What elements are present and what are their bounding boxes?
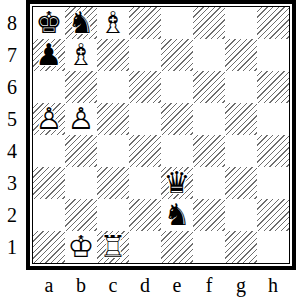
white-pawn-icon: ♙: [65, 103, 97, 135]
square-e1[interactable]: [161, 231, 193, 263]
square-a6[interactable]: [33, 71, 65, 103]
file-label-d: d: [129, 271, 161, 299]
square-f2[interactable]: [193, 199, 225, 231]
square-h4[interactable]: [257, 135, 289, 167]
white-rook-icon: ♖: [97, 231, 129, 263]
square-c7[interactable]: [97, 39, 129, 71]
square-b6[interactable]: [65, 71, 97, 103]
square-f1[interactable]: [193, 231, 225, 263]
file-label-c: c: [97, 271, 129, 299]
rank-label-1: 1: [0, 231, 24, 263]
square-c1[interactable]: ♜♖: [97, 231, 129, 263]
square-h3[interactable]: [257, 167, 289, 199]
file-label-a: a: [33, 271, 65, 299]
square-d3[interactable]: [129, 167, 161, 199]
piece-black-knight: ♞♞: [65, 7, 97, 39]
piece-white-bishop: ♝♗: [97, 7, 129, 39]
piece-white-king: ♚♔: [65, 231, 97, 263]
square-d4[interactable]: [129, 135, 161, 167]
rank-label-6: 6: [0, 71, 24, 103]
square-b7[interactable]: ♝♗: [65, 39, 97, 71]
square-b5[interactable]: ♟♙: [65, 103, 97, 135]
square-a7[interactable]: ♟♟: [33, 39, 65, 71]
square-b8[interactable]: ♞♞: [65, 7, 97, 39]
square-a3[interactable]: [33, 167, 65, 199]
rank-label-3: 3: [0, 167, 24, 199]
file-label-h: h: [257, 271, 289, 299]
file-label-e: e: [161, 271, 193, 299]
square-c8[interactable]: ♝♗: [97, 7, 129, 39]
square-a4[interactable]: [33, 135, 65, 167]
piece-white-pawn: ♟♙: [65, 103, 97, 135]
square-h5[interactable]: [257, 103, 289, 135]
square-f5[interactable]: [193, 103, 225, 135]
board-grid: ♚♚♞♞♝♗♟♟♝♗♟♙♟♙♛♛♞♞♚♔♜♖: [32, 6, 290, 264]
piece-black-king: ♚♚: [33, 7, 65, 39]
square-g8[interactable]: [225, 7, 257, 39]
rank-labels: 87654321: [0, 7, 24, 263]
square-g7[interactable]: [225, 39, 257, 71]
square-f6[interactable]: [193, 71, 225, 103]
file-label-f: f: [193, 271, 225, 299]
white-bishop-icon: ♗: [97, 7, 129, 39]
square-e3[interactable]: ♛♛: [161, 167, 193, 199]
black-king-icon: ♚: [33, 7, 65, 39]
black-knight-icon: ♞: [65, 7, 97, 39]
square-g3[interactable]: [225, 167, 257, 199]
square-b4[interactable]: [65, 135, 97, 167]
piece-white-bishop: ♝♗: [65, 39, 97, 71]
piece-black-pawn: ♟♟: [33, 39, 65, 71]
square-h6[interactable]: [257, 71, 289, 103]
square-e6[interactable]: [161, 71, 193, 103]
file-labels: abcdefgh: [33, 271, 289, 299]
square-d8[interactable]: [129, 7, 161, 39]
square-b2[interactable]: [65, 199, 97, 231]
square-c4[interactable]: [97, 135, 129, 167]
rank-label-8: 8: [0, 7, 24, 39]
square-b3[interactable]: [65, 167, 97, 199]
white-bishop-icon: ♗: [65, 39, 97, 71]
square-a2[interactable]: [33, 199, 65, 231]
square-g6[interactable]: [225, 71, 257, 103]
square-g1[interactable]: [225, 231, 257, 263]
rank-label-4: 4: [0, 135, 24, 167]
piece-white-pawn: ♟♙: [33, 103, 65, 135]
rank-label-2: 2: [0, 199, 24, 231]
square-d7[interactable]: [129, 39, 161, 71]
square-f7[interactable]: [193, 39, 225, 71]
black-pawn-icon: ♟: [33, 39, 65, 71]
chess-board: ♚♚♞♞♝♗♟♟♝♗♟♙♟♙♛♛♞♞♚♔♜♖: [26, 0, 296, 270]
square-g5[interactable]: [225, 103, 257, 135]
square-e4[interactable]: [161, 135, 193, 167]
square-e2[interactable]: ♞♞: [161, 199, 193, 231]
square-e8[interactable]: [161, 7, 193, 39]
black-queen-icon: ♛: [161, 167, 193, 199]
square-a5[interactable]: ♟♙: [33, 103, 65, 135]
rank-label-7: 7: [0, 39, 24, 71]
square-d6[interactable]: [129, 71, 161, 103]
square-h1[interactable]: [257, 231, 289, 263]
square-h2[interactable]: [257, 199, 289, 231]
square-g4[interactable]: [225, 135, 257, 167]
square-c2[interactable]: [97, 199, 129, 231]
square-d1[interactable]: [129, 231, 161, 263]
black-knight-icon: ♞: [161, 199, 193, 231]
square-c5[interactable]: [97, 103, 129, 135]
square-d2[interactable]: [129, 199, 161, 231]
chess-diagram: 87654321 ♚♚♞♞♝♗♟♟♝♗♟♙♟♙♛♛♞♞♚♔♜♖ abcdefgh: [0, 0, 300, 300]
square-e5[interactable]: [161, 103, 193, 135]
piece-white-rook: ♜♖: [97, 231, 129, 263]
square-c6[interactable]: [97, 71, 129, 103]
square-d5[interactable]: [129, 103, 161, 135]
piece-black-queen: ♛♛: [161, 167, 193, 199]
square-a1[interactable]: [33, 231, 65, 263]
piece-black-knight: ♞♞: [161, 199, 193, 231]
square-e7[interactable]: [161, 39, 193, 71]
square-h8[interactable]: [257, 7, 289, 39]
square-h7[interactable]: [257, 39, 289, 71]
square-g2[interactable]: [225, 199, 257, 231]
square-f3[interactable]: [193, 167, 225, 199]
file-label-b: b: [65, 271, 97, 299]
white-pawn-icon: ♙: [33, 103, 65, 135]
square-f8[interactable]: [193, 7, 225, 39]
square-a8[interactable]: ♚♚: [33, 7, 65, 39]
file-label-g: g: [225, 271, 257, 299]
square-f4[interactable]: [193, 135, 225, 167]
rank-label-5: 5: [0, 103, 24, 135]
square-c3[interactable]: [97, 167, 129, 199]
square-b1[interactable]: ♚♔: [65, 231, 97, 263]
white-king-icon: ♔: [65, 231, 97, 263]
